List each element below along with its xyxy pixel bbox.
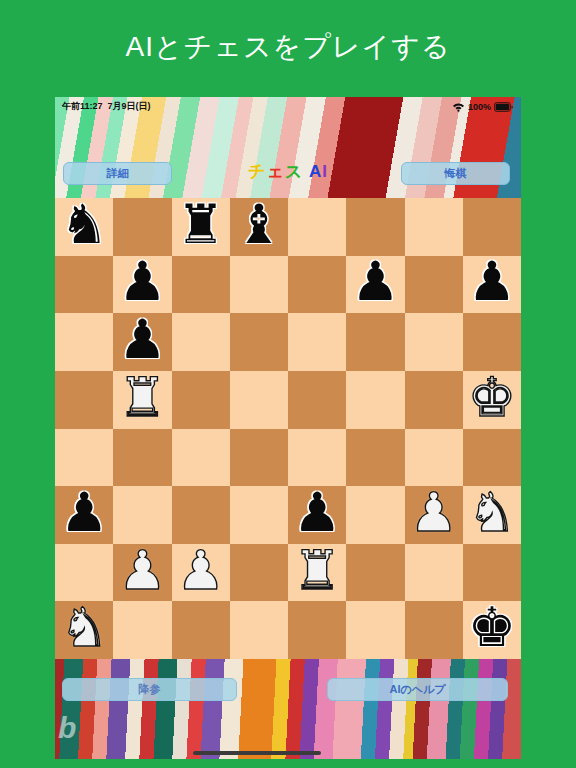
square-f6[interactable] [346, 313, 404, 371]
piece-white-pawn: ♟ [176, 544, 224, 598]
square-e6[interactable] [288, 313, 346, 371]
square-a5[interactable] [55, 371, 113, 429]
square-e8[interactable] [288, 198, 346, 256]
square-f8[interactable] [346, 198, 404, 256]
battery-icon [494, 102, 514, 112]
square-f1[interactable] [346, 601, 404, 659]
square-c8[interactable]: ♜ [172, 198, 230, 256]
square-e5[interactable] [288, 371, 346, 429]
status-indicators: 100% [452, 102, 514, 112]
square-b6[interactable]: ♟ [113, 313, 171, 371]
square-e3[interactable]: ♟ [288, 486, 346, 544]
square-a8[interactable]: ♞ [55, 198, 113, 256]
piece-white-king: ♚ [468, 371, 516, 425]
ai-help-button[interactable]: AIのヘルプ [327, 678, 508, 701]
bing-logo: b [58, 711, 76, 745]
chess-board: ♞♜♝♟♟♟♟♜♚♟♟♟♞♟♟♜♞♚ [55, 198, 521, 659]
piece-black-king: ♚ [468, 601, 516, 655]
piece-black-bishop: ♝ [235, 198, 283, 252]
page-heading: AIとチェスをプレイする [0, 28, 576, 66]
square-d3[interactable] [230, 486, 288, 544]
piece-white-pawn: ♟ [118, 544, 166, 598]
square-g3[interactable]: ♟ [405, 486, 463, 544]
piece-black-knight: ♞ [60, 198, 108, 252]
square-b5[interactable]: ♜ [113, 371, 171, 429]
piece-white-pawn: ♟ [409, 486, 457, 540]
square-h8[interactable] [463, 198, 521, 256]
square-f4[interactable] [346, 429, 404, 487]
square-g5[interactable] [405, 371, 463, 429]
square-b4[interactable] [113, 429, 171, 487]
square-b2[interactable]: ♟ [113, 544, 171, 602]
square-d1[interactable] [230, 601, 288, 659]
square-d5[interactable] [230, 371, 288, 429]
square-b1[interactable] [113, 601, 171, 659]
undo-button[interactable]: 悔棋 [401, 162, 510, 185]
square-b7[interactable]: ♟ [113, 256, 171, 314]
status-datetime: 午前11:27 7月9日(日) [62, 100, 151, 113]
piece-black-rook: ♜ [176, 198, 224, 252]
square-e2[interactable]: ♜ [288, 544, 346, 602]
square-c1[interactable] [172, 601, 230, 659]
square-g7[interactable] [405, 256, 463, 314]
piece-black-pawn: ♟ [118, 313, 166, 367]
square-c7[interactable] [172, 256, 230, 314]
square-a2[interactable] [55, 544, 113, 602]
square-d8[interactable]: ♝ [230, 198, 288, 256]
square-f7[interactable]: ♟ [346, 256, 404, 314]
square-h5[interactable]: ♚ [463, 371, 521, 429]
square-a7[interactable] [55, 256, 113, 314]
square-e4[interactable] [288, 429, 346, 487]
app-title-letter: ス [285, 162, 303, 181]
resign-button[interactable]: 降参 [62, 678, 237, 701]
device-screenshot: 午前11:27 7月9日(日) 100% 詳細 チェス A [55, 97, 521, 759]
square-d6[interactable] [230, 313, 288, 371]
wifi-icon [452, 102, 465, 112]
square-f5[interactable] [346, 371, 404, 429]
app-title-letter: チ [248, 162, 266, 181]
square-g4[interactable] [405, 429, 463, 487]
square-d2[interactable] [230, 544, 288, 602]
battery-percent: 100% [468, 102, 491, 112]
square-f3[interactable] [346, 486, 404, 544]
square-h1[interactable]: ♚ [463, 601, 521, 659]
app-title-letter: A [303, 162, 322, 181]
square-h2[interactable] [463, 544, 521, 602]
home-indicator[interactable] [193, 751, 321, 755]
square-a1[interactable]: ♞ [55, 601, 113, 659]
piece-white-knight: ♞ [468, 486, 516, 540]
square-f2[interactable] [346, 544, 404, 602]
square-g8[interactable] [405, 198, 463, 256]
square-h7[interactable]: ♟ [463, 256, 521, 314]
square-h4[interactable] [463, 429, 521, 487]
square-a4[interactable] [55, 429, 113, 487]
piece-black-pawn: ♟ [351, 256, 399, 310]
square-a3[interactable]: ♟ [55, 486, 113, 544]
piece-black-pawn: ♟ [118, 256, 166, 310]
square-c3[interactable] [172, 486, 230, 544]
piece-black-pawn: ♟ [60, 486, 108, 540]
square-c4[interactable] [172, 429, 230, 487]
page: AIとチェスをプレイする 午前11:27 7月9日(日) 100% [0, 0, 576, 768]
piece-black-pawn: ♟ [293, 486, 341, 540]
piece-white-rook: ♜ [118, 371, 166, 425]
app-title-letter: I [322, 162, 328, 181]
square-h6[interactable] [463, 313, 521, 371]
bottom-ribbon-background: 降参 AIのヘルプ b [55, 659, 521, 759]
square-e1[interactable] [288, 601, 346, 659]
piece-white-rook: ♜ [293, 544, 341, 598]
square-d7[interactable] [230, 256, 288, 314]
square-c2[interactable]: ♟ [172, 544, 230, 602]
square-g2[interactable] [405, 544, 463, 602]
square-d4[interactable] [230, 429, 288, 487]
square-c6[interactable] [172, 313, 230, 371]
square-h3[interactable]: ♞ [463, 486, 521, 544]
square-b8[interactable] [113, 198, 171, 256]
square-g6[interactable] [405, 313, 463, 371]
status-bar: 午前11:27 7月9日(日) 100% [55, 99, 521, 114]
piece-black-pawn: ♟ [468, 256, 516, 310]
app-title-letter: ェ [266, 162, 284, 181]
square-c5[interactable] [172, 371, 230, 429]
square-g1[interactable] [405, 601, 463, 659]
top-ribbon-background: 午前11:27 7月9日(日) 100% 詳細 チェス A [55, 97, 521, 198]
piece-white-knight: ♞ [60, 601, 108, 655]
square-a6[interactable] [55, 313, 113, 371]
square-e7[interactable] [288, 256, 346, 314]
square-b3[interactable] [113, 486, 171, 544]
